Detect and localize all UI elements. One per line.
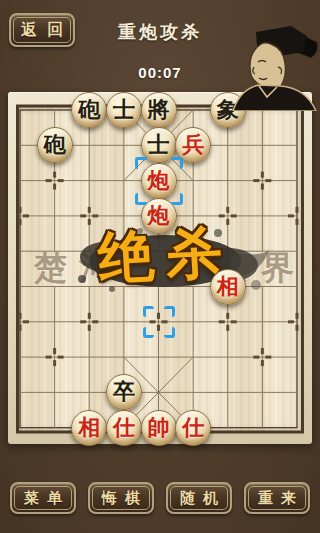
piece-glyph: 相: [217, 269, 239, 303]
board-piece-black[interactable]: 砲: [37, 127, 73, 163]
board-piece-red[interactable]: 炮: [141, 198, 177, 234]
piece-glyph: 砲: [44, 127, 66, 161]
board-piece-black[interactable]: 象: [210, 92, 246, 128]
piece-glyph: 炮: [148, 198, 170, 232]
xiangqi-board[interactable]: 楚河 汉界 绝杀 砲士將象砲士兵炮炮相卒相仕帥仕: [8, 92, 312, 444]
piece-glyph: 兵: [182, 127, 204, 161]
board-piece-red[interactable]: 仕: [175, 410, 211, 446]
piece-glyph: 仕: [182, 410, 204, 444]
menu-button[interactable]: 菜单: [10, 482, 76, 514]
board-piece-black[interactable]: 士: [141, 127, 177, 163]
piece-glyph: 象: [217, 92, 239, 126]
piece-glyph: 卒: [113, 374, 135, 408]
random-button[interactable]: 随机: [166, 482, 232, 514]
piece-glyph: 相: [78, 410, 100, 444]
piece-glyph: 將: [148, 92, 170, 126]
board-piece-red[interactable]: 仕: [106, 410, 142, 446]
board-piece-black[interactable]: 將: [141, 92, 177, 128]
piece-glyph: 仕: [113, 410, 135, 444]
board-piece-red[interactable]: 炮: [141, 163, 177, 199]
piece-glyph: 帥: [148, 410, 170, 444]
piece-glyph: 炮: [148, 163, 170, 197]
footer-toolbar: 菜单 悔棋 随机 重来: [0, 482, 320, 516]
undo-move-button[interactable]: 悔棋: [88, 482, 154, 514]
restart-button[interactable]: 重来: [244, 482, 310, 514]
board-piece-black[interactable]: 砲: [71, 92, 107, 128]
timer: 00:07: [0, 64, 320, 81]
piece-glyph: 士: [148, 127, 170, 161]
board-piece-black[interactable]: 士: [106, 92, 142, 128]
page-title: 重炮攻杀: [0, 20, 320, 44]
board-piece-red[interactable]: 相: [210, 269, 246, 305]
board-piece-red[interactable]: 帥: [141, 410, 177, 446]
board-piece-red[interactable]: 相: [71, 410, 107, 446]
piece-glyph: 砲: [78, 92, 100, 126]
piece-glyph: 士: [113, 92, 135, 126]
